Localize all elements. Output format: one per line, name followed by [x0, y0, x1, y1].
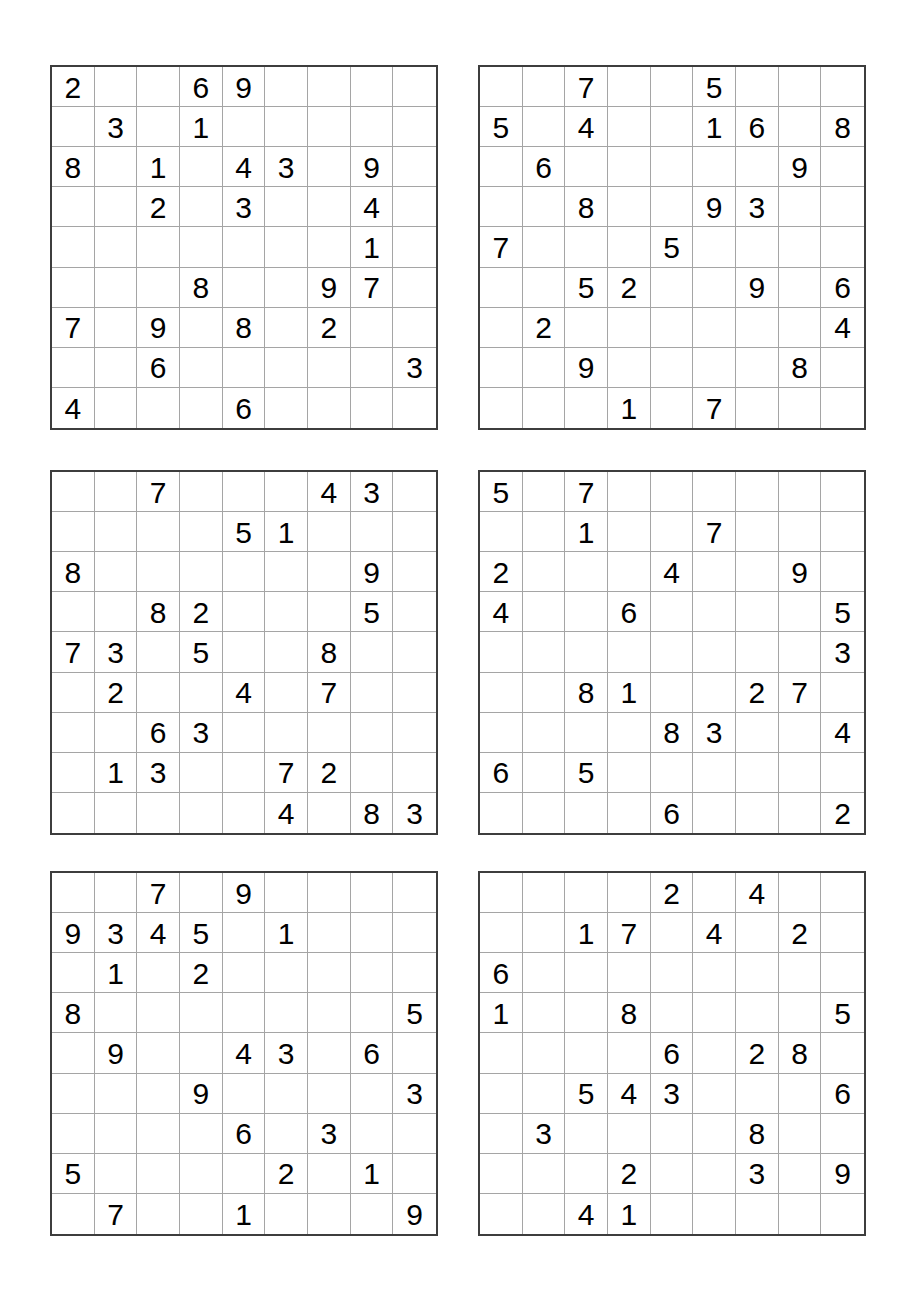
- cell-r1c4[interactable]: [180, 873, 223, 913]
- cell-r8c8[interactable]: [351, 753, 394, 793]
- cell-r2c2[interactable]: [523, 512, 566, 552]
- cell-r8c3[interactable]: [137, 1154, 180, 1194]
- cell-r7c6[interactable]: [693, 308, 736, 348]
- cell-r7c7[interactable]: [736, 308, 779, 348]
- cell-r8c9[interactable]: [393, 1154, 436, 1194]
- cell-r9c4[interactable]: [608, 793, 651, 833]
- cell-r5c1[interactable]: [52, 1033, 95, 1073]
- cell-r4c2[interactable]: [523, 993, 566, 1033]
- cell-r8c6[interactable]: [693, 753, 736, 793]
- cell-r2c7[interactable]: [736, 913, 779, 953]
- cell-r2c8[interactable]: [351, 913, 394, 953]
- cell-r7c3[interactable]: [565, 1114, 608, 1154]
- cell-r8c4[interactable]: [608, 348, 651, 388]
- cell-r1c6[interactable]: [693, 873, 736, 913]
- cell-r1c6[interactable]: [693, 472, 736, 512]
- cell-r2c5[interactable]: [651, 512, 694, 552]
- cell-r5c9[interactable]: [393, 632, 436, 672]
- cell-r6c6[interactable]: [693, 1074, 736, 1114]
- cell-r7c6[interactable]: [265, 1114, 308, 1154]
- cell-r2c9[interactable]: [393, 107, 436, 147]
- cell-r2c4[interactable]: [608, 107, 651, 147]
- cell-r7c9[interactable]: [393, 1114, 436, 1154]
- cell-r9c6[interactable]: [693, 793, 736, 833]
- cell-r5c6[interactable]: [693, 1033, 736, 1073]
- cell-r6c5[interactable]: [651, 673, 694, 713]
- cell-r9c6[interactable]: [265, 388, 308, 428]
- cell-r2c8[interactable]: [779, 107, 822, 147]
- cell-r7c5[interactable]: [651, 308, 694, 348]
- cell-r3c5[interactable]: [223, 953, 266, 993]
- cell-r3c7[interactable]: [736, 147, 779, 187]
- cell-r5c6[interactable]: [265, 632, 308, 672]
- cell-r7c6[interactable]: [265, 308, 308, 348]
- cell-r1c4[interactable]: [608, 472, 651, 512]
- cell-r5c5[interactable]: [223, 632, 266, 672]
- cell-r8c1[interactable]: [52, 753, 95, 793]
- cell-r6c5[interactable]: [223, 1074, 266, 1114]
- cell-r7c6[interactable]: [265, 713, 308, 753]
- cell-r9c9[interactable]: [821, 388, 864, 428]
- cell-r9c4[interactable]: [180, 793, 223, 833]
- cell-r3c8[interactable]: [779, 953, 822, 993]
- cell-r5c6[interactable]: [693, 632, 736, 672]
- cell-r5c8[interactable]: [779, 632, 822, 672]
- cell-r8c6[interactable]: [265, 348, 308, 388]
- cell-r3c4[interactable]: [608, 552, 651, 592]
- cell-r9c8[interactable]: [779, 793, 822, 833]
- cell-r1c8[interactable]: [779, 67, 822, 107]
- cell-r6c2[interactable]: [523, 673, 566, 713]
- cell-r4c8[interactable]: [779, 993, 822, 1033]
- cell-r9c3[interactable]: [565, 388, 608, 428]
- cell-r3c7[interactable]: [308, 147, 351, 187]
- cell-r7c2[interactable]: [95, 1114, 138, 1154]
- cell-r4c4[interactable]: [180, 993, 223, 1033]
- cell-r5c4[interactable]: [608, 632, 651, 672]
- cell-r5c3[interactable]: [137, 227, 180, 267]
- cell-r7c3[interactable]: [565, 308, 608, 348]
- cell-r6c6[interactable]: [693, 268, 736, 308]
- cell-r9c1[interactable]: [52, 1194, 95, 1234]
- cell-r5c6[interactable]: [693, 227, 736, 267]
- cell-r1c2[interactable]: [523, 67, 566, 107]
- cell-r1c8[interactable]: [351, 67, 394, 107]
- cell-r8c6[interactable]: [693, 348, 736, 388]
- cell-r6c2[interactable]: [523, 268, 566, 308]
- cell-r1c5[interactable]: [651, 472, 694, 512]
- cell-r7c1[interactable]: [52, 713, 95, 753]
- cell-r3c1[interactable]: [480, 147, 523, 187]
- cell-r1c4[interactable]: [608, 873, 651, 913]
- cell-r8c5[interactable]: [651, 753, 694, 793]
- cell-r6c2[interactable]: [523, 1074, 566, 1114]
- cell-r3c9[interactable]: [821, 953, 864, 993]
- cell-r2c5[interactable]: [651, 107, 694, 147]
- cell-r2c5[interactable]: [223, 107, 266, 147]
- cell-r5c4[interactable]: [180, 1033, 223, 1073]
- cell-r8c7[interactable]: [308, 1154, 351, 1194]
- cell-r6c6[interactable]: [693, 673, 736, 713]
- cell-r4c9[interactable]: [393, 187, 436, 227]
- cell-r9c5[interactable]: [651, 1194, 694, 1234]
- cell-r5c7[interactable]: [736, 632, 779, 672]
- cell-r1c6[interactable]: [265, 472, 308, 512]
- cell-r7c3[interactable]: [565, 713, 608, 753]
- cell-r4c7[interactable]: [308, 187, 351, 227]
- cell-r7c1[interactable]: [52, 1114, 95, 1154]
- cell-r1c4[interactable]: [608, 67, 651, 107]
- cell-r7c4[interactable]: [608, 713, 651, 753]
- cell-r5c2[interactable]: [95, 227, 138, 267]
- cell-r6c6[interactable]: [265, 1074, 308, 1114]
- cell-r8c5[interactable]: [223, 753, 266, 793]
- cell-r9c2[interactable]: [95, 793, 138, 833]
- cell-r5c2[interactable]: [523, 632, 566, 672]
- cell-r9c1[interactable]: [480, 1194, 523, 1234]
- cell-r8c2[interactable]: [523, 753, 566, 793]
- cell-r4c1[interactable]: [52, 592, 95, 632]
- cell-r8c7[interactable]: [308, 348, 351, 388]
- cell-r7c7[interactable]: [308, 713, 351, 753]
- cell-r2c3[interactable]: [137, 512, 180, 552]
- cell-r5c8[interactable]: [779, 227, 822, 267]
- cell-r1c3[interactable]: [565, 873, 608, 913]
- cell-r2c8[interactable]: [351, 107, 394, 147]
- cell-r5c9[interactable]: [393, 1033, 436, 1073]
- cell-r5c7[interactable]: [308, 1033, 351, 1073]
- cell-r7c5[interactable]: [223, 713, 266, 753]
- cell-r2c2[interactable]: [95, 512, 138, 552]
- cell-r9c1[interactable]: [480, 793, 523, 833]
- cell-r5c1[interactable]: [52, 227, 95, 267]
- cell-r2c9[interactable]: [821, 512, 864, 552]
- cell-r1c6[interactable]: [265, 67, 308, 107]
- cell-r9c2[interactable]: [95, 388, 138, 428]
- cell-r6c9[interactable]: [393, 268, 436, 308]
- cell-r2c1[interactable]: [480, 512, 523, 552]
- cell-r2c7[interactable]: [308, 512, 351, 552]
- cell-r6c8[interactable]: [779, 1074, 822, 1114]
- cell-r6c5[interactable]: [651, 268, 694, 308]
- cell-r2c9[interactable]: [393, 913, 436, 953]
- cell-r8c2[interactable]: [523, 1154, 566, 1194]
- cell-r3c4[interactable]: [608, 147, 651, 187]
- cell-r6c6[interactable]: [265, 673, 308, 713]
- cell-r4c6[interactable]: [265, 187, 308, 227]
- cell-r9c8[interactable]: [779, 388, 822, 428]
- cell-r5c3[interactable]: [565, 227, 608, 267]
- cell-r2c3[interactable]: [137, 107, 180, 147]
- cell-r5c4[interactable]: [608, 1033, 651, 1073]
- cell-r2c8[interactable]: [779, 512, 822, 552]
- cell-r2c7[interactable]: [736, 512, 779, 552]
- cell-r9c5[interactable]: [651, 388, 694, 428]
- cell-r3c9[interactable]: [821, 552, 864, 592]
- cell-r7c4[interactable]: [180, 308, 223, 348]
- cell-r2c4[interactable]: [180, 512, 223, 552]
- cell-r1c5[interactable]: [223, 472, 266, 512]
- cell-r1c2[interactable]: [523, 873, 566, 913]
- cell-r4c2[interactable]: [523, 187, 566, 227]
- cell-r7c9[interactable]: [821, 1114, 864, 1154]
- cell-r8c4[interactable]: [608, 753, 651, 793]
- cell-r2c8[interactable]: [351, 512, 394, 552]
- cell-r3c9[interactable]: [393, 147, 436, 187]
- cell-r1c5[interactable]: [651, 67, 694, 107]
- cell-r8c8[interactable]: [779, 753, 822, 793]
- cell-r1c2[interactable]: [95, 67, 138, 107]
- cell-r9c7[interactable]: [736, 388, 779, 428]
- cell-r5c4[interactable]: [608, 227, 651, 267]
- cell-r9c7[interactable]: [308, 388, 351, 428]
- cell-r8c2[interactable]: [523, 348, 566, 388]
- cell-r8c6[interactable]: [693, 1154, 736, 1194]
- cell-r6c7[interactable]: [736, 1074, 779, 1114]
- cell-r1c8[interactable]: [351, 873, 394, 913]
- cell-r9c6[interactable]: [693, 1194, 736, 1234]
- cell-r2c7[interactable]: [308, 107, 351, 147]
- cell-r4c7[interactable]: [308, 592, 351, 632]
- cell-r4c2[interactable]: [95, 187, 138, 227]
- cell-r3c4[interactable]: [180, 147, 223, 187]
- cell-r2c2[interactable]: [523, 107, 566, 147]
- cell-r4c7[interactable]: [736, 993, 779, 1033]
- cell-r8c1[interactable]: [480, 1154, 523, 1194]
- cell-r7c4[interactable]: [608, 308, 651, 348]
- cell-r2c4[interactable]: [608, 512, 651, 552]
- cell-r5c1[interactable]: [480, 1033, 523, 1073]
- cell-r9c1[interactable]: [480, 388, 523, 428]
- cell-r8c5[interactable]: [651, 348, 694, 388]
- cell-r7c8[interactable]: [779, 1114, 822, 1154]
- cell-r7c1[interactable]: [480, 308, 523, 348]
- cell-r5c7[interactable]: [308, 227, 351, 267]
- cell-r2c1[interactable]: [480, 913, 523, 953]
- cell-r4c2[interactable]: [95, 592, 138, 632]
- cell-r5c9[interactable]: [821, 227, 864, 267]
- cell-r3c6[interactable]: [265, 953, 308, 993]
- cell-r7c1[interactable]: [480, 713, 523, 753]
- cell-r7c7[interactable]: [736, 713, 779, 753]
- cell-r5c3[interactable]: [565, 632, 608, 672]
- cell-r7c5[interactable]: [651, 1114, 694, 1154]
- cell-r8c7[interactable]: [736, 753, 779, 793]
- cell-r5c8[interactable]: [351, 632, 394, 672]
- cell-r8c5[interactable]: [223, 1154, 266, 1194]
- cell-r3c9[interactable]: [393, 953, 436, 993]
- cell-r5c9[interactable]: [393, 227, 436, 267]
- cell-r9c9[interactable]: [393, 388, 436, 428]
- cell-r6c1[interactable]: [52, 1074, 95, 1114]
- cell-r9c8[interactable]: [351, 388, 394, 428]
- cell-r4c1[interactable]: [480, 187, 523, 227]
- cell-r5c5[interactable]: [651, 632, 694, 672]
- cell-r9c7[interactable]: [736, 1194, 779, 1234]
- cell-r8c3[interactable]: [565, 1154, 608, 1194]
- cell-r1c7[interactable]: [308, 873, 351, 913]
- cell-r4c3[interactable]: [565, 592, 608, 632]
- cell-r9c4[interactable]: [180, 388, 223, 428]
- cell-r6c3[interactable]: [137, 268, 180, 308]
- cell-r1c9[interactable]: [393, 873, 436, 913]
- cell-r1c6[interactable]: [265, 873, 308, 913]
- cell-r2c6[interactable]: [265, 107, 308, 147]
- cell-r1c8[interactable]: [779, 873, 822, 913]
- cell-r6c2[interactable]: [95, 268, 138, 308]
- cell-r9c7[interactable]: [308, 793, 351, 833]
- cell-r6c7[interactable]: [308, 1074, 351, 1114]
- cell-r3c9[interactable]: [821, 147, 864, 187]
- cell-r3c4[interactable]: [608, 953, 651, 993]
- cell-r6c9[interactable]: [821, 673, 864, 713]
- cell-r8c1[interactable]: [480, 348, 523, 388]
- cell-r2c5[interactable]: [651, 913, 694, 953]
- cell-r8c9[interactable]: [393, 753, 436, 793]
- cell-r7c6[interactable]: [693, 1114, 736, 1154]
- cell-r1c9[interactable]: [821, 873, 864, 913]
- cell-r9c9[interactable]: [821, 1194, 864, 1234]
- cell-r3c3[interactable]: [565, 953, 608, 993]
- cell-r7c1[interactable]: [480, 1114, 523, 1154]
- cell-r3c7[interactable]: [736, 953, 779, 993]
- cell-r3c7[interactable]: [308, 552, 351, 592]
- cell-r6c2[interactable]: [95, 1074, 138, 1114]
- cell-r5c3[interactable]: [137, 632, 180, 672]
- cell-r1c9[interactable]: [821, 472, 864, 512]
- cell-r4c2[interactable]: [95, 993, 138, 1033]
- cell-r8c5[interactable]: [223, 348, 266, 388]
- cell-r4c6[interactable]: [265, 993, 308, 1033]
- cell-r6c1[interactable]: [480, 1074, 523, 1114]
- cell-r5c1[interactable]: [480, 632, 523, 672]
- cell-r3c3[interactable]: [137, 552, 180, 592]
- cell-r7c2[interactable]: [523, 713, 566, 753]
- cell-r7c3[interactable]: [137, 1114, 180, 1154]
- cell-r3c7[interactable]: [736, 552, 779, 592]
- cell-r1c7[interactable]: [736, 67, 779, 107]
- cell-r5c3[interactable]: [137, 1033, 180, 1073]
- cell-r4c1[interactable]: [52, 187, 95, 227]
- cell-r4c4[interactable]: [608, 187, 651, 227]
- cell-r2c5[interactable]: [223, 913, 266, 953]
- cell-r4c7[interactable]: [736, 592, 779, 632]
- cell-r1c2[interactable]: [95, 472, 138, 512]
- cell-r4c5[interactable]: [223, 592, 266, 632]
- cell-r7c8[interactable]: [351, 713, 394, 753]
- cell-r3c8[interactable]: [351, 953, 394, 993]
- cell-r7c8[interactable]: [351, 1114, 394, 1154]
- cell-r7c2[interactable]: [95, 308, 138, 348]
- cell-r7c8[interactable]: [779, 713, 822, 753]
- cell-r1c1[interactable]: [480, 67, 523, 107]
- cell-r6c3[interactable]: [137, 673, 180, 713]
- cell-r7c9[interactable]: [393, 308, 436, 348]
- cell-r3c6[interactable]: [693, 552, 736, 592]
- cell-r4c6[interactable]: [693, 993, 736, 1033]
- cell-r6c3[interactable]: [137, 1074, 180, 1114]
- cell-r5c2[interactable]: [523, 1033, 566, 1073]
- cell-r5c3[interactable]: [565, 1033, 608, 1073]
- cell-r6c5[interactable]: [223, 268, 266, 308]
- cell-r4c3[interactable]: [565, 993, 608, 1033]
- cell-r6c1[interactable]: [480, 268, 523, 308]
- cell-r2c2[interactable]: [523, 913, 566, 953]
- cell-r4c4[interactable]: [180, 187, 223, 227]
- cell-r3c7[interactable]: [308, 953, 351, 993]
- cell-r4c5[interactable]: [651, 187, 694, 227]
- cell-r4c8[interactable]: [779, 187, 822, 227]
- cell-r7c9[interactable]: [393, 713, 436, 753]
- cell-r6c6[interactable]: [265, 268, 308, 308]
- cell-r3c5[interactable]: [651, 953, 694, 993]
- cell-r6c1[interactable]: [52, 268, 95, 308]
- cell-r6c1[interactable]: [480, 673, 523, 713]
- cell-r9c5[interactable]: [223, 793, 266, 833]
- cell-r2c1[interactable]: [52, 107, 95, 147]
- cell-r7c8[interactable]: [779, 308, 822, 348]
- cell-r4c8[interactable]: [779, 592, 822, 632]
- cell-r5c6[interactable]: [265, 227, 308, 267]
- cell-r6c9[interactable]: [393, 673, 436, 713]
- cell-r1c9[interactable]: [821, 67, 864, 107]
- cell-r8c5[interactable]: [651, 1154, 694, 1194]
- cell-r9c3[interactable]: [137, 1194, 180, 1234]
- cell-r3c5[interactable]: [223, 552, 266, 592]
- cell-r3c6[interactable]: [265, 552, 308, 592]
- cell-r5c4[interactable]: [180, 227, 223, 267]
- cell-r4c5[interactable]: [223, 993, 266, 1033]
- cell-r1c8[interactable]: [779, 472, 822, 512]
- cell-r9c2[interactable]: [523, 388, 566, 428]
- cell-r6c1[interactable]: [52, 673, 95, 713]
- cell-r1c2[interactable]: [523, 472, 566, 512]
- cell-r9c2[interactable]: [523, 793, 566, 833]
- cell-r4c5[interactable]: [651, 993, 694, 1033]
- cell-r6c8[interactable]: [779, 268, 822, 308]
- cell-r1c1[interactable]: [52, 472, 95, 512]
- cell-r3c3[interactable]: [565, 147, 608, 187]
- cell-r1c7[interactable]: [736, 472, 779, 512]
- cell-r5c2[interactable]: [523, 227, 566, 267]
- cell-r8c8[interactable]: [779, 1154, 822, 1194]
- cell-r5c5[interactable]: [223, 227, 266, 267]
- cell-r8c9[interactable]: [821, 348, 864, 388]
- cell-r8c1[interactable]: [52, 348, 95, 388]
- cell-r1c3[interactable]: [137, 67, 180, 107]
- cell-r1c4[interactable]: [180, 472, 223, 512]
- cell-r3c6[interactable]: [693, 147, 736, 187]
- cell-r7c8[interactable]: [351, 308, 394, 348]
- cell-r4c8[interactable]: [351, 993, 394, 1033]
- cell-r1c7[interactable]: [308, 67, 351, 107]
- cell-r1c2[interactable]: [95, 873, 138, 913]
- cell-r3c6[interactable]: [693, 953, 736, 993]
- cell-r3c2[interactable]: [523, 953, 566, 993]
- cell-r5c9[interactable]: [821, 1033, 864, 1073]
- cell-r8c2[interactable]: [95, 1154, 138, 1194]
- cell-r9c3[interactable]: [137, 793, 180, 833]
- cell-r3c2[interactable]: [95, 552, 138, 592]
- cell-r8c4[interactable]: [180, 348, 223, 388]
- cell-r2c9[interactable]: [393, 512, 436, 552]
- cell-r7c4[interactable]: [608, 1114, 651, 1154]
- cell-r9c8[interactable]: [351, 1194, 394, 1234]
- cell-r1c1[interactable]: [52, 873, 95, 913]
- cell-r1c9[interactable]: [393, 472, 436, 512]
- cell-r5c7[interactable]: [736, 227, 779, 267]
- cell-r1c9[interactable]: [393, 67, 436, 107]
